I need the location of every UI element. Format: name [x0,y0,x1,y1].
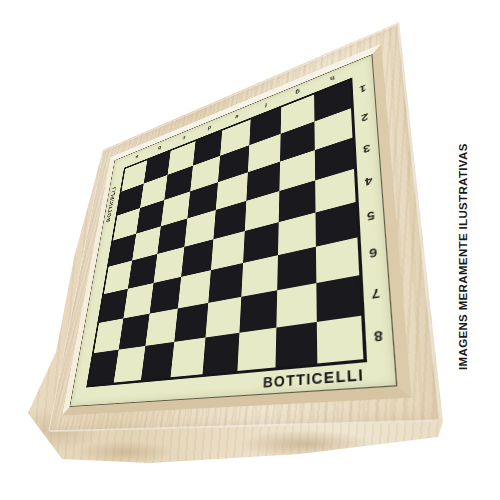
rank-label-6: 6 [363,232,384,274]
watermark-text: IMAGENS MERAMENTE ILUSTRATIVAS [452,147,474,367]
rank-label-4: 4 [359,162,379,201]
rank-label-8: 8 [367,313,390,360]
square-d8[interactable] [171,338,206,378]
board-grid [88,81,363,385]
square-g8[interactable] [275,322,317,367]
square-g7[interactable] [276,283,316,328]
square-h7[interactable] [316,275,361,322]
rank-label-5: 5 [361,196,381,236]
rank-label-7: 7 [365,271,387,315]
square-d7[interactable] [174,303,208,342]
product-photo-scene: abcdefgh 12345678 BOTTICELLI BOTTICELLI … [0,0,500,500]
square-h8[interactable] [317,316,364,364]
chess-board: abcdefgh 12345678 BOTTICELLI BOTTICELLI [48,23,442,432]
square-f8[interactable] [237,328,276,371]
square-c8[interactable] [141,342,174,380]
square-c7[interactable] [145,308,177,345]
square-e7[interactable] [205,297,241,338]
square-e8[interactable] [203,333,240,374]
square-f7[interactable] [239,290,277,333]
